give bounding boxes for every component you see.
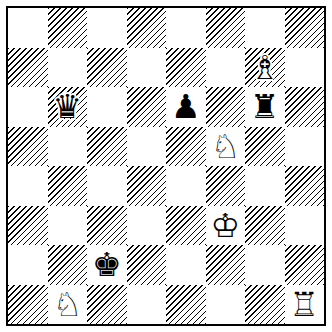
square-a3[interactable] <box>8 206 48 246</box>
square-h2[interactable] <box>285 245 325 285</box>
square-h8[interactable] <box>285 8 325 48</box>
square-a5[interactable] <box>8 127 48 167</box>
square-d2[interactable] <box>127 245 167 285</box>
piece-black-pawn[interactable]: ♟♟ <box>166 87 206 127</box>
square-b6[interactable]: ♛♛ <box>48 87 88 127</box>
chess-board: ♝♗♛♛♟♟♜♜♞♘♚♔♚♚♞♘♜♖ <box>6 6 326 326</box>
square-b7[interactable] <box>48 48 88 88</box>
square-b8[interactable] <box>48 8 88 48</box>
square-b1[interactable]: ♞♘ <box>48 285 88 325</box>
square-d4[interactable] <box>127 166 167 206</box>
white-knight-icon: ♘ <box>206 127 246 167</box>
square-a7[interactable] <box>8 48 48 88</box>
square-c6[interactable] <box>87 87 127 127</box>
square-f4[interactable] <box>206 166 246 206</box>
black-pawn-icon: ♟ <box>166 87 206 127</box>
chess-diagram: ♝♗♛♛♟♟♜♜♞♘♚♔♚♚♞♘♜♖ <box>0 0 332 332</box>
square-h1[interactable]: ♜♖ <box>285 285 325 325</box>
square-c7[interactable] <box>87 48 127 88</box>
white-king-icon: ♔ <box>206 206 246 246</box>
square-e6[interactable]: ♟♟ <box>166 87 206 127</box>
square-f1[interactable] <box>206 285 246 325</box>
square-e1[interactable] <box>166 285 206 325</box>
square-h4[interactable] <box>285 166 325 206</box>
square-g7[interactable]: ♝♗ <box>245 48 285 88</box>
square-h3[interactable] <box>285 206 325 246</box>
piece-white-knight[interactable]: ♞♘ <box>206 127 246 167</box>
square-g2[interactable] <box>245 245 285 285</box>
square-e2[interactable] <box>166 245 206 285</box>
square-c8[interactable] <box>87 8 127 48</box>
square-d1[interactable] <box>127 285 167 325</box>
square-c3[interactable] <box>87 206 127 246</box>
square-g4[interactable] <box>245 166 285 206</box>
piece-white-knight[interactable]: ♞♘ <box>48 285 88 325</box>
square-g8[interactable] <box>245 8 285 48</box>
square-c5[interactable] <box>87 127 127 167</box>
black-rook-icon: ♜ <box>245 87 285 127</box>
square-b3[interactable] <box>48 206 88 246</box>
piece-white-king[interactable]: ♚♔ <box>206 206 246 246</box>
square-a2[interactable] <box>8 245 48 285</box>
square-d3[interactable] <box>127 206 167 246</box>
piece-black-rook[interactable]: ♜♜ <box>245 87 285 127</box>
square-g6[interactable]: ♜♜ <box>245 87 285 127</box>
square-g1[interactable] <box>245 285 285 325</box>
square-e8[interactable] <box>166 8 206 48</box>
square-f2[interactable] <box>206 245 246 285</box>
square-e4[interactable] <box>166 166 206 206</box>
square-f3[interactable]: ♚♔ <box>206 206 246 246</box>
square-e5[interactable] <box>166 127 206 167</box>
piece-white-rook[interactable]: ♜♖ <box>285 285 325 325</box>
square-c4[interactable] <box>87 166 127 206</box>
square-h7[interactable] <box>285 48 325 88</box>
piece-white-bishop[interactable]: ♝♗ <box>245 48 285 88</box>
square-e7[interactable] <box>166 48 206 88</box>
white-bishop-icon: ♗ <box>245 48 285 88</box>
piece-black-queen[interactable]: ♛♛ <box>48 87 88 127</box>
square-h5[interactable] <box>285 127 325 167</box>
square-f5[interactable]: ♞♘ <box>206 127 246 167</box>
white-knight-icon: ♘ <box>48 285 88 325</box>
square-d6[interactable] <box>127 87 167 127</box>
piece-black-king[interactable]: ♚♚ <box>87 245 127 285</box>
black-queen-icon: ♛ <box>48 87 88 127</box>
square-f6[interactable] <box>206 87 246 127</box>
square-c1[interactable] <box>87 285 127 325</box>
white-rook-icon: ♖ <box>285 285 325 325</box>
square-d7[interactable] <box>127 48 167 88</box>
square-c2[interactable]: ♚♚ <box>87 245 127 285</box>
square-a4[interactable] <box>8 166 48 206</box>
square-a6[interactable] <box>8 87 48 127</box>
square-a1[interactable] <box>8 285 48 325</box>
square-b4[interactable] <box>48 166 88 206</box>
square-g3[interactable] <box>245 206 285 246</box>
square-a8[interactable] <box>8 8 48 48</box>
square-b2[interactable] <box>48 245 88 285</box>
black-king-icon: ♚ <box>87 245 127 285</box>
square-d5[interactable] <box>127 127 167 167</box>
square-f8[interactable] <box>206 8 246 48</box>
square-h6[interactable] <box>285 87 325 127</box>
square-e3[interactable] <box>166 206 206 246</box>
square-g5[interactable] <box>245 127 285 167</box>
square-b5[interactable] <box>48 127 88 167</box>
square-d8[interactable] <box>127 8 167 48</box>
square-f7[interactable] <box>206 48 246 88</box>
